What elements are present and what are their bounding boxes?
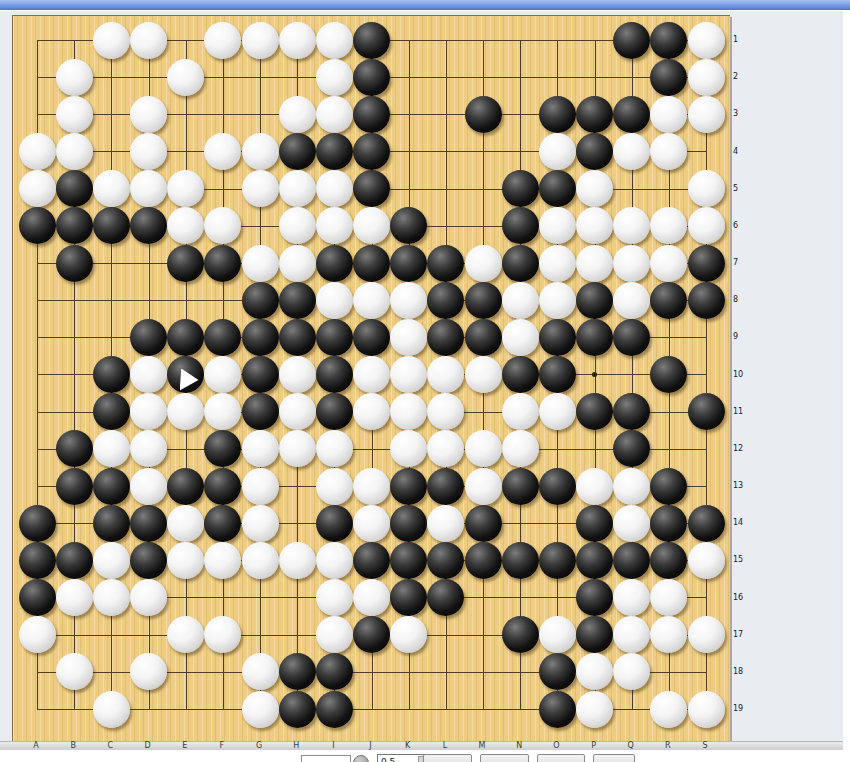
white-stone-M12[interactable]: [465, 430, 502, 467]
white-stone-F15[interactable]: [204, 542, 241, 579]
white-stone-P7[interactable]: [576, 245, 613, 282]
row-label-9: 9: [733, 332, 738, 341]
white-stone-I6[interactable]: [316, 207, 353, 244]
white-stone-A5[interactable]: [19, 170, 56, 207]
column-label-A: A: [33, 741, 38, 750]
black-stone-O15[interactable]: [539, 542, 576, 579]
row-label-19: 19: [733, 704, 743, 713]
white-stone-O7[interactable]: [539, 245, 576, 282]
black-stone-Q3[interactable]: [613, 96, 650, 133]
white-stone-D16[interactable]: [130, 579, 167, 616]
white-stone-I1[interactable]: [316, 22, 353, 59]
black-stone-S14[interactable]: [688, 505, 725, 542]
white-stone-G14[interactable]: [242, 505, 279, 542]
black-stone-O5[interactable]: [539, 170, 576, 207]
column-label-I: I: [332, 741, 334, 750]
white-stone-J10[interactable]: [353, 356, 390, 393]
column-label-D: D: [144, 741, 150, 750]
column-label-C: C: [108, 741, 114, 750]
black-stone-S11[interactable]: [688, 393, 725, 430]
white-stone-P5[interactable]: [576, 170, 613, 207]
black-stone-E13[interactable]: [167, 468, 204, 505]
black-stone-N17[interactable]: [502, 616, 539, 653]
black-stone-I4[interactable]: [316, 133, 353, 170]
right-scroll-strip[interactable]: [843, 11, 850, 762]
black-stone-I7[interactable]: [316, 245, 353, 282]
black-stone-K15[interactable]: [390, 542, 427, 579]
black-stone-P8[interactable]: [576, 282, 613, 319]
black-stone-O19[interactable]: [539, 691, 576, 728]
white-stone-C12[interactable]: [93, 430, 130, 467]
black-stone-F7[interactable]: [204, 245, 241, 282]
column-label-S: S: [703, 741, 708, 750]
black-stone-C13[interactable]: [93, 468, 130, 505]
white-stone-H1[interactable]: [279, 22, 316, 59]
white-stone-B16[interactable]: [56, 579, 93, 616]
column-label-B: B: [70, 741, 76, 750]
white-stone-G13[interactable]: [242, 468, 279, 505]
bottom-toolbar: 0.5 ▾: [0, 750, 843, 762]
black-stone-N7[interactable]: [502, 245, 539, 282]
black-stone-R2[interactable]: [650, 59, 687, 96]
black-stone-N6[interactable]: [502, 207, 539, 244]
white-stone-I15[interactable]: [316, 542, 353, 579]
column-label-O: O: [553, 741, 559, 750]
white-stone-D5[interactable]: [130, 170, 167, 207]
black-stone-A6[interactable]: [19, 207, 56, 244]
page: { "game": "go", "board_size": 19, "windo…: [0, 0, 850, 762]
white-stone-Q16[interactable]: [613, 579, 650, 616]
white-stone-C5[interactable]: [93, 170, 130, 207]
toolbar-select-value: 0.5: [381, 757, 395, 762]
white-stone-N12[interactable]: [502, 430, 539, 467]
column-label-R: R: [665, 741, 671, 750]
white-stone-J14[interactable]: [353, 505, 390, 542]
black-stone-H8[interactable]: [279, 282, 316, 319]
column-label-H: H: [293, 741, 299, 750]
black-stone-R14[interactable]: [650, 505, 687, 542]
black-stone-B6[interactable]: [56, 207, 93, 244]
white-stone-M7[interactable]: [465, 245, 502, 282]
white-stone-M10[interactable]: [465, 356, 502, 393]
row-label-13: 13: [733, 481, 743, 490]
black-stone-H18[interactable]: [279, 653, 316, 690]
black-stone-J9[interactable]: [353, 319, 390, 356]
white-stone-S19[interactable]: [688, 691, 725, 728]
white-stone-A17[interactable]: [19, 616, 56, 653]
black-stone-K16[interactable]: [390, 579, 427, 616]
black-stone-N15[interactable]: [502, 542, 539, 579]
black-stone-I10[interactable]: [316, 356, 353, 393]
white-stone-R3[interactable]: [650, 96, 687, 133]
black-stone-R13[interactable]: [650, 468, 687, 505]
row-label-6: 6: [733, 221, 738, 230]
row-label-5: 5: [733, 184, 738, 193]
row-label-10: 10: [733, 370, 743, 379]
white-stone-L14[interactable]: [427, 505, 464, 542]
black-stone-J15[interactable]: [353, 542, 390, 579]
white-stone-Q7[interactable]: [613, 245, 650, 282]
white-stone-M13[interactable]: [465, 468, 502, 505]
column-label-G: G: [256, 741, 262, 750]
black-stone-P11[interactable]: [576, 393, 613, 430]
black-stone-J2[interactable]: [353, 59, 390, 96]
white-stone-S1[interactable]: [688, 22, 725, 59]
black-stone-P17[interactable]: [576, 616, 613, 653]
white-stone-G19[interactable]: [242, 691, 279, 728]
row-label-7: 7: [733, 258, 738, 267]
white-stone-C15[interactable]: [93, 542, 130, 579]
white-stone-S6[interactable]: [688, 207, 725, 244]
white-stone-C1[interactable]: [93, 22, 130, 59]
white-stone-S17[interactable]: [688, 616, 725, 653]
white-stone-H6[interactable]: [279, 207, 316, 244]
white-stone-G7[interactable]: [242, 245, 279, 282]
white-stone-Q4[interactable]: [613, 133, 650, 170]
black-stone-K14[interactable]: [390, 505, 427, 542]
white-stone-O11[interactable]: [539, 393, 576, 430]
black-stone-A14[interactable]: [19, 505, 56, 542]
white-stone-E2[interactable]: [167, 59, 204, 96]
row-label-14: 14: [733, 518, 743, 527]
black-stone-J4[interactable]: [353, 133, 390, 170]
black-stone-L7[interactable]: [427, 245, 464, 282]
black-stone-S8[interactable]: [688, 282, 725, 319]
black-stone-A16[interactable]: [19, 579, 56, 616]
black-stone-M14[interactable]: [465, 505, 502, 542]
black-stone-O10[interactable]: [539, 356, 576, 393]
black-stone-D14[interactable]: [130, 505, 167, 542]
black-stone-B12[interactable]: [56, 430, 93, 467]
white-stone-K8[interactable]: [390, 282, 427, 319]
black-stone-G8[interactable]: [242, 282, 279, 319]
white-stone-D11[interactable]: [130, 393, 167, 430]
white-stone-I13[interactable]: [316, 468, 353, 505]
white-stone-K9[interactable]: [390, 319, 427, 356]
white-stone-K10[interactable]: [390, 356, 427, 393]
white-stone-I2[interactable]: [316, 59, 353, 96]
white-stone-Q8[interactable]: [613, 282, 650, 319]
white-stone-J13[interactable]: [353, 468, 390, 505]
white-stone-H7[interactable]: [279, 245, 316, 282]
black-stone-M15[interactable]: [465, 542, 502, 579]
black-stone-L9[interactable]: [427, 319, 464, 356]
black-stone-J7[interactable]: [353, 245, 390, 282]
white-stone-Q14[interactable]: [613, 505, 650, 542]
black-stone-G11[interactable]: [242, 393, 279, 430]
column-label-Q: Q: [628, 741, 634, 750]
black-stone-C6[interactable]: [93, 207, 130, 244]
white-stone-E14[interactable]: [167, 505, 204, 542]
row-label-18: 18: [733, 667, 743, 676]
white-stone-Q13[interactable]: [613, 468, 650, 505]
white-stone-B2[interactable]: [56, 59, 93, 96]
column-label-N: N: [516, 741, 522, 750]
black-stone-D9[interactable]: [130, 319, 167, 356]
white-stone-D1[interactable]: [130, 22, 167, 59]
white-stone-O6[interactable]: [539, 207, 576, 244]
black-stone-N10[interactable]: [502, 356, 539, 393]
white-stone-I17[interactable]: [316, 616, 353, 653]
column-label-K: K: [405, 741, 410, 750]
black-stone-B13[interactable]: [56, 468, 93, 505]
white-stone-I16[interactable]: [316, 579, 353, 616]
white-stone-H3[interactable]: [279, 96, 316, 133]
white-stone-H12[interactable]: [279, 430, 316, 467]
white-stone-B18[interactable]: [56, 653, 93, 690]
black-stone-B7[interactable]: [56, 245, 93, 282]
black-stone-N5[interactable]: [502, 170, 539, 207]
white-stone-H11[interactable]: [279, 393, 316, 430]
white-stone-D3[interactable]: [130, 96, 167, 133]
black-stone-H19[interactable]: [279, 691, 316, 728]
white-stone-O4[interactable]: [539, 133, 576, 170]
toolbar-button-1[interactable]: [423, 754, 472, 762]
black-stone-J1[interactable]: [353, 22, 390, 59]
white-stone-D13[interactable]: [130, 468, 167, 505]
white-stone-D4[interactable]: [130, 133, 167, 170]
white-stone-S3[interactable]: [688, 96, 725, 133]
black-stone-P16[interactable]: [576, 579, 613, 616]
white-stone-R19[interactable]: [650, 691, 687, 728]
black-stone-O9[interactable]: [539, 319, 576, 356]
black-stone-R8[interactable]: [650, 282, 687, 319]
black-stone-I19[interactable]: [316, 691, 353, 728]
black-stone-D15[interactable]: [130, 542, 167, 579]
black-stone-A15[interactable]: [19, 542, 56, 579]
column-label-L: L: [443, 741, 447, 750]
white-stone-F1[interactable]: [204, 22, 241, 59]
black-stone-F14[interactable]: [204, 505, 241, 542]
black-stone-B5[interactable]: [56, 170, 93, 207]
black-stone-G10[interactable]: [242, 356, 279, 393]
white-stone-J8[interactable]: [353, 282, 390, 319]
white-stone-S5[interactable]: [688, 170, 725, 207]
white-stone-N11[interactable]: [502, 393, 539, 430]
column-label-E: E: [182, 741, 187, 750]
toolbar-status-text: [196, 756, 296, 762]
black-stone-P4[interactable]: [576, 133, 613, 170]
black-stone-J3[interactable]: [353, 96, 390, 133]
black-stone-I11[interactable]: [316, 393, 353, 430]
column-label-M: M: [479, 741, 486, 750]
black-stone-C14[interactable]: [93, 505, 130, 542]
black-stone-K13[interactable]: [390, 468, 427, 505]
black-stone-R15[interactable]: [650, 542, 687, 579]
black-stone-B15[interactable]: [56, 542, 93, 579]
white-stone-G12[interactable]: [242, 430, 279, 467]
black-stone-E7[interactable]: [167, 245, 204, 282]
black-stone-G9[interactable]: [242, 319, 279, 356]
white-stone-G4[interactable]: [242, 133, 279, 170]
white-stone-N9[interactable]: [502, 319, 539, 356]
toolbar-button-4[interactable]: [593, 754, 635, 762]
column-label-P: P: [591, 741, 596, 750]
row-label-2: 2: [733, 72, 738, 81]
row-label-12: 12: [733, 444, 743, 453]
black-stone-O18[interactable]: [539, 653, 576, 690]
white-stone-P13[interactable]: [576, 468, 613, 505]
row-label-1: 1: [733, 35, 738, 44]
white-stone-O17[interactable]: [539, 616, 576, 653]
white-stone-N8[interactable]: [502, 282, 539, 319]
white-stone-H10[interactable]: [279, 356, 316, 393]
row-label-16: 16: [733, 593, 743, 602]
white-stone-J11[interactable]: [353, 393, 390, 430]
white-stone-R7[interactable]: [650, 245, 687, 282]
column-label-J: J: [369, 741, 371, 750]
row-label-4: 4: [733, 147, 738, 156]
black-stone-P3[interactable]: [576, 96, 613, 133]
black-stone-J5[interactable]: [353, 170, 390, 207]
black-stone-N13[interactable]: [502, 468, 539, 505]
white-stone-G5[interactable]: [242, 170, 279, 207]
black-stone-F9[interactable]: [204, 319, 241, 356]
white-stone-B4[interactable]: [56, 133, 93, 170]
black-stone-P9[interactable]: [576, 319, 613, 356]
white-stone-I3[interactable]: [316, 96, 353, 133]
white-stone-O8[interactable]: [539, 282, 576, 319]
toolbar-button-3[interactable]: [537, 754, 585, 762]
black-stone-L15[interactable]: [427, 542, 464, 579]
white-stone-I5[interactable]: [316, 170, 353, 207]
black-stone-M9[interactable]: [465, 319, 502, 356]
black-stone-O13[interactable]: [539, 468, 576, 505]
black-stone-C11[interactable]: [93, 393, 130, 430]
black-stone-I18[interactable]: [316, 653, 353, 690]
white-stone-J16[interactable]: [353, 579, 390, 616]
white-stone-E15[interactable]: [167, 542, 204, 579]
row-label-11: 11: [733, 407, 743, 416]
round-icon[interactable]: [353, 755, 369, 762]
black-stone-M3[interactable]: [465, 96, 502, 133]
black-stone-J17[interactable]: [353, 616, 390, 653]
white-stone-B3[interactable]: [56, 96, 93, 133]
black-stone-M8[interactable]: [465, 282, 502, 319]
white-stone-C19[interactable]: [93, 691, 130, 728]
row-label-3: 3: [733, 109, 738, 118]
black-stone-O3[interactable]: [539, 96, 576, 133]
white-stone-S2[interactable]: [688, 59, 725, 96]
go-board[interactable]: [12, 15, 730, 742]
white-stone-H15[interactable]: [279, 542, 316, 579]
black-stone-C10[interactable]: [93, 356, 130, 393]
black-stone-L8[interactable]: [427, 282, 464, 319]
black-stone-H4[interactable]: [279, 133, 316, 170]
row-label-17: 17: [733, 630, 743, 639]
black-stone-H9[interactable]: [279, 319, 316, 356]
toolbar-button-2[interactable]: [480, 754, 529, 762]
white-stone-G15[interactable]: [242, 542, 279, 579]
window-title-bar: [0, 0, 850, 11]
black-stone-P14[interactable]: [576, 505, 613, 542]
black-stone-Q9[interactable]: [613, 319, 650, 356]
white-stone-I8[interactable]: [316, 282, 353, 319]
black-stone-Q15[interactable]: [613, 542, 650, 579]
black-stone-I9[interactable]: [316, 319, 353, 356]
row-label-15: 15: [733, 555, 743, 564]
black-stone-K7[interactable]: [390, 245, 427, 282]
black-stone-F13[interactable]: [204, 468, 241, 505]
row-label-8: 8: [733, 295, 738, 304]
black-stone-Q1[interactable]: [613, 22, 650, 59]
column-label-F: F: [220, 741, 225, 750]
black-stone-R1[interactable]: [650, 22, 687, 59]
toolbar-input[interactable]: [301, 755, 351, 762]
white-stone-H5[interactable]: [279, 170, 316, 207]
white-stone-S15[interactable]: [688, 542, 725, 579]
black-stone-S7[interactable]: [688, 245, 725, 282]
white-stone-G1[interactable]: [242, 22, 279, 59]
white-stone-P19[interactable]: [576, 691, 613, 728]
white-stone-D10[interactable]: [130, 356, 167, 393]
white-stone-A4[interactable]: [19, 133, 56, 170]
black-stone-P15[interactable]: [576, 542, 613, 579]
black-stone-L13[interactable]: [427, 468, 464, 505]
black-stone-I14[interactable]: [316, 505, 353, 542]
white-stone-G18[interactable]: [242, 653, 279, 690]
black-stone-E9[interactable]: [167, 319, 204, 356]
white-stone-C16[interactable]: [93, 579, 130, 616]
white-stone-I12[interactable]: [316, 430, 353, 467]
